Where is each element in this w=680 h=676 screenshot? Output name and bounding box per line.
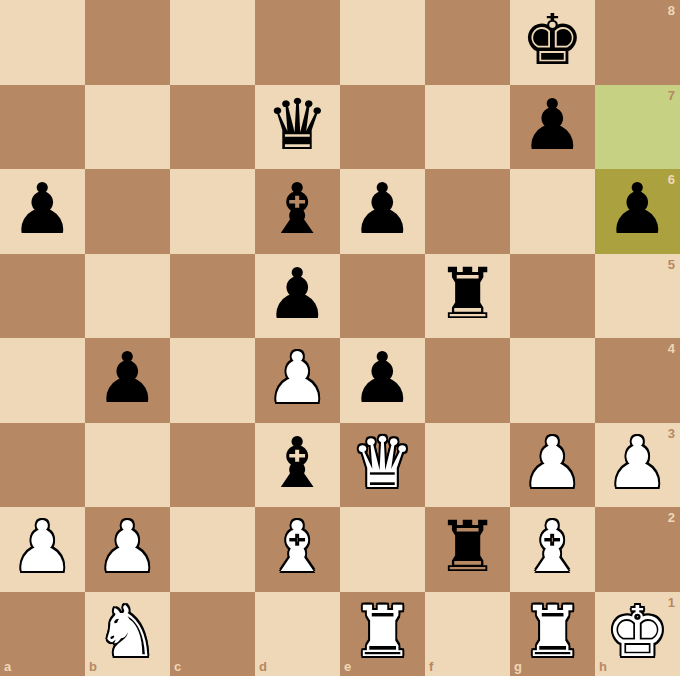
square-e3[interactable]: ♛ (340, 423, 425, 508)
file-label-f: f (429, 659, 433, 674)
square-f4[interactable] (425, 338, 510, 423)
square-h7[interactable]: 7 (595, 85, 680, 170)
square-h5[interactable]: 5 (595, 254, 680, 339)
file-label-c: c (174, 659, 181, 674)
square-a2[interactable]: ♟ (0, 507, 85, 592)
square-f7[interactable] (425, 85, 510, 170)
square-c4[interactable] (170, 338, 255, 423)
square-g2[interactable]: ♝ (510, 507, 595, 592)
square-e5[interactable] (340, 254, 425, 339)
square-e1[interactable]: ♜e (340, 592, 425, 676)
piece-white-king[interactable]: ♚ (595, 592, 680, 676)
square-d3[interactable]: ♝ (255, 423, 340, 508)
square-b7[interactable] (85, 85, 170, 170)
square-f2[interactable]: ♜ (425, 507, 510, 592)
square-b3[interactable] (85, 423, 170, 508)
piece-white-pawn[interactable]: ♟ (85, 507, 170, 592)
piece-white-pawn[interactable]: ♟ (510, 423, 595, 508)
square-b8[interactable] (85, 0, 170, 85)
square-g3[interactable]: ♟ (510, 423, 595, 508)
piece-black-pawn[interactable]: ♟ (85, 338, 170, 423)
square-b5[interactable] (85, 254, 170, 339)
square-f8[interactable] (425, 0, 510, 85)
square-d8[interactable] (255, 0, 340, 85)
square-a7[interactable] (0, 85, 85, 170)
file-label-d: d (259, 659, 267, 674)
piece-black-bishop[interactable]: ♝ (255, 169, 340, 254)
square-h3[interactable]: ♟3 (595, 423, 680, 508)
piece-black-king[interactable]: ♚ (510, 0, 595, 85)
square-b6[interactable] (85, 169, 170, 254)
square-b4[interactable]: ♟ (85, 338, 170, 423)
square-a3[interactable] (0, 423, 85, 508)
square-a6[interactable]: ♟ (0, 169, 85, 254)
square-c1[interactable]: c (170, 592, 255, 676)
piece-white-rook[interactable]: ♜ (510, 592, 595, 676)
piece-black-pawn[interactable]: ♟ (340, 338, 425, 423)
square-e2[interactable] (340, 507, 425, 592)
piece-white-pawn[interactable]: ♟ (0, 507, 85, 592)
piece-black-queen[interactable]: ♛ (255, 85, 340, 170)
rank-label-8: 8 (668, 3, 675, 18)
piece-white-rook[interactable]: ♜ (340, 592, 425, 676)
square-a1[interactable]: a (0, 592, 85, 676)
piece-black-pawn[interactable]: ♟ (510, 85, 595, 170)
square-g6[interactable] (510, 169, 595, 254)
square-h8[interactable]: 8 (595, 0, 680, 85)
square-c8[interactable] (170, 0, 255, 85)
piece-white-pawn[interactable]: ♟ (595, 423, 680, 508)
square-b2[interactable]: ♟ (85, 507, 170, 592)
square-c3[interactable] (170, 423, 255, 508)
square-d5[interactable]: ♟ (255, 254, 340, 339)
square-d6[interactable]: ♝ (255, 169, 340, 254)
rank-label-2: 2 (668, 510, 675, 525)
rank-label-4: 4 (668, 341, 675, 356)
square-b1[interactable]: ♞b (85, 592, 170, 676)
square-g7[interactable]: ♟ (510, 85, 595, 170)
square-h4[interactable]: 4 (595, 338, 680, 423)
piece-black-bishop[interactable]: ♝ (255, 423, 340, 508)
square-f6[interactable] (425, 169, 510, 254)
square-e8[interactable] (340, 0, 425, 85)
square-d7[interactable]: ♛ (255, 85, 340, 170)
square-g5[interactable] (510, 254, 595, 339)
square-d4[interactable]: ♟ (255, 338, 340, 423)
chess-board: ♚8♛♟7♟♝♟♟6♟♜5♟♟♟4♝♛♟♟3♟♟♝♜♝2a♞bcd♜ef♜g♚1… (0, 0, 680, 676)
square-f5[interactable]: ♜ (425, 254, 510, 339)
square-c5[interactable] (170, 254, 255, 339)
piece-white-queen[interactable]: ♛ (340, 423, 425, 508)
piece-white-bishop[interactable]: ♝ (255, 507, 340, 592)
square-e6[interactable]: ♟ (340, 169, 425, 254)
piece-black-pawn[interactable]: ♟ (340, 169, 425, 254)
square-c2[interactable] (170, 507, 255, 592)
square-e4[interactable]: ♟ (340, 338, 425, 423)
square-f1[interactable]: f (425, 592, 510, 676)
square-g4[interactable] (510, 338, 595, 423)
piece-black-rook[interactable]: ♜ (425, 507, 510, 592)
square-a8[interactable] (0, 0, 85, 85)
piece-black-pawn[interactable]: ♟ (595, 169, 680, 254)
piece-white-knight[interactable]: ♞ (85, 592, 170, 676)
square-c7[interactable] (170, 85, 255, 170)
file-label-a: a (4, 659, 11, 674)
square-e7[interactable] (340, 85, 425, 170)
square-a4[interactable] (0, 338, 85, 423)
square-f3[interactable] (425, 423, 510, 508)
square-a5[interactable] (0, 254, 85, 339)
piece-black-pawn[interactable]: ♟ (255, 254, 340, 339)
rank-label-7: 7 (668, 88, 675, 103)
square-h2[interactable]: 2 (595, 507, 680, 592)
square-h6[interactable]: ♟6 (595, 169, 680, 254)
piece-white-bishop[interactable]: ♝ (510, 507, 595, 592)
rank-label-5: 5 (668, 257, 675, 272)
square-d2[interactable]: ♝ (255, 507, 340, 592)
square-g1[interactable]: ♜g (510, 592, 595, 676)
piece-white-pawn[interactable]: ♟ (255, 338, 340, 423)
square-g8[interactable]: ♚ (510, 0, 595, 85)
piece-black-rook[interactable]: ♜ (425, 254, 510, 339)
piece-black-pawn[interactable]: ♟ (0, 169, 85, 254)
square-c6[interactable] (170, 169, 255, 254)
square-h1[interactable]: ♚1h (595, 592, 680, 676)
square-d1[interactable]: d (255, 592, 340, 676)
